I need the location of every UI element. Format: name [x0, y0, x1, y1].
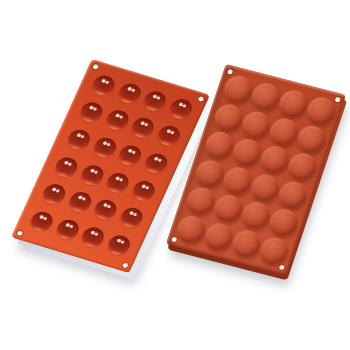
mold-cavity — [154, 124, 183, 149]
mold-bump — [239, 108, 273, 140]
mold-bump — [229, 227, 263, 259]
mold-bump — [239, 199, 273, 231]
mold-bump — [248, 80, 282, 112]
mold-bump — [220, 164, 254, 196]
mold-cavity — [64, 127, 93, 152]
mold-cavity — [130, 178, 159, 203]
mold-cavity — [116, 143, 145, 168]
mold-bump — [275, 179, 309, 211]
mold-bump — [266, 206, 300, 238]
mold-cavity — [167, 96, 196, 121]
product-photo-stage — [0, 0, 350, 350]
mold-cavity — [27, 209, 56, 234]
mold-cavity — [53, 217, 82, 242]
mold-cavity — [90, 135, 119, 160]
mold-cavity — [89, 73, 118, 98]
mold-cavity — [91, 198, 120, 223]
mold-cavity — [115, 81, 144, 106]
mold-cavity — [142, 151, 171, 176]
mold-cavity — [104, 170, 133, 195]
mold-bump — [276, 88, 310, 120]
corner-hole-bottom-right — [122, 262, 129, 268]
mold-bump — [211, 101, 245, 133]
mold-cavity — [77, 100, 106, 125]
mold-bump — [211, 192, 245, 224]
mold-cavity — [129, 116, 158, 141]
mold-cavity — [65, 190, 94, 215]
mold-bump — [294, 123, 328, 155]
mold-bump — [183, 185, 217, 217]
mold-bump — [202, 129, 236, 161]
mold-bump — [248, 171, 282, 203]
mold-cavity — [40, 182, 69, 207]
mold-bump — [202, 220, 236, 252]
mold-bump — [221, 73, 255, 105]
mold-bump — [230, 136, 264, 168]
mold-bump — [285, 151, 319, 183]
mold-bump — [303, 95, 337, 127]
mold-cavity — [117, 206, 146, 231]
mold-cavity — [78, 162, 107, 187]
mold-bump — [257, 143, 291, 175]
mold-bump — [266, 115, 300, 147]
mold-bump — [193, 157, 227, 189]
mold-cavity — [103, 108, 132, 133]
mold-cavity — [52, 155, 81, 180]
mold-cavity — [141, 89, 170, 114]
mold-cavity — [105, 233, 134, 258]
mold-cavity — [79, 225, 108, 250]
mold-bump — [257, 234, 291, 266]
mold-bump — [174, 213, 208, 245]
